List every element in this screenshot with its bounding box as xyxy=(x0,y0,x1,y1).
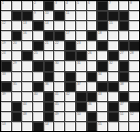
clue-number: 46 xyxy=(88,102,92,105)
white-cell-r4c8[interactable] xyxy=(76,31,86,40)
white-cell-r12c10[interactable] xyxy=(97,112,107,121)
black-cell-r2c2 xyxy=(12,11,22,20)
black-cell-r12c11 xyxy=(108,112,118,121)
black-cell-r11c5 xyxy=(44,102,54,111)
black-cell-r9c1 xyxy=(1,82,11,91)
white-cell-r1c11[interactable]: 7 xyxy=(108,1,118,10)
white-cell-r6c9[interactable]: 26 xyxy=(87,51,97,60)
clue-number: 51 xyxy=(120,112,124,115)
black-cell-r9c11 xyxy=(108,82,118,91)
white-cell-r12c1[interactable] xyxy=(1,112,11,121)
white-cell-r4c4[interactable] xyxy=(33,31,43,40)
white-cell-r7c3[interactable] xyxy=(22,61,32,70)
clue-number: 16 xyxy=(23,31,27,34)
white-cell-r9c12[interactable]: 38 xyxy=(119,82,129,91)
clue-number: 22 xyxy=(55,41,59,44)
white-cell-r10c6[interactable]: 41 xyxy=(54,92,64,101)
white-cell-r5c5[interactable]: 21 xyxy=(44,41,54,50)
black-cell-r6c3 xyxy=(22,51,32,60)
black-cell-r10c12 xyxy=(119,92,129,101)
clue-number: 19 xyxy=(2,41,6,44)
white-cell-r4c12[interactable] xyxy=(119,31,129,40)
black-cell-r5c4 xyxy=(33,41,43,50)
black-cell-r13c4 xyxy=(33,122,43,131)
clue-number: 24 xyxy=(2,51,6,54)
clue-number: 27 xyxy=(120,51,124,54)
black-cell-r7c5 xyxy=(44,61,54,70)
clue-number: 50 xyxy=(77,112,81,115)
white-cell-r11c6[interactable]: 45 xyxy=(54,102,64,111)
black-cell-r4c9 xyxy=(87,31,97,40)
clue-number: 17 xyxy=(66,31,70,34)
black-cell-r7c12 xyxy=(119,61,129,70)
white-cell-r7c8[interactable]: 31 xyxy=(76,61,86,70)
clue-number: 21 xyxy=(45,41,49,44)
clue-number: 29 xyxy=(13,61,17,64)
white-cell-r5c9[interactable] xyxy=(87,41,97,50)
black-cell-r12c2 xyxy=(12,112,22,121)
white-cell-r11c9[interactable]: 46 xyxy=(87,102,97,111)
black-cell-r11c2 xyxy=(12,102,22,111)
white-cell-r3c1[interactable]: 12 xyxy=(1,21,11,30)
clue-number: 42 xyxy=(66,92,70,95)
black-cell-r11c8 xyxy=(76,102,86,111)
white-cell-r3c9[interactable] xyxy=(87,21,97,30)
white-cell-r10c11[interactable] xyxy=(108,92,118,101)
white-cell-r11c3[interactable]: 44 xyxy=(22,102,32,111)
white-cell-r9c2[interactable]: 35 xyxy=(12,82,22,91)
black-cell-r2c10 xyxy=(97,11,107,20)
white-cell-r3c8[interactable] xyxy=(76,21,86,30)
white-cell-r4c10[interactable]: 18 xyxy=(97,31,107,40)
white-cell-r5c3[interactable] xyxy=(22,41,32,50)
black-cell-r8c9 xyxy=(87,72,97,81)
clue-number: 10 xyxy=(45,11,49,14)
crossword-grid: 1234567891011121314151617181920212223242… xyxy=(0,0,140,132)
black-cell-r12c5 xyxy=(44,112,54,121)
white-cell-r10c4[interactable]: 40 xyxy=(33,92,43,101)
black-cell-r4c2 xyxy=(12,31,22,40)
white-cell-r10c7[interactable]: 42 xyxy=(65,92,75,101)
clue-number: 43 xyxy=(98,92,102,95)
white-cell-r3c3[interactable]: 13 xyxy=(22,21,32,30)
white-cell-r2c5[interactable]: 10 xyxy=(44,11,54,20)
clue-number: 54 xyxy=(45,122,49,125)
white-cell-r7c7[interactable] xyxy=(65,61,75,70)
black-cell-r10c5 xyxy=(44,92,54,101)
white-cell-r6c2[interactable] xyxy=(12,51,22,60)
white-cell-r11c1[interactable] xyxy=(1,102,11,111)
white-cell-r13c6[interactable] xyxy=(54,122,64,131)
white-cell-r1c9[interactable]: 6 xyxy=(87,1,97,10)
black-cell-r9c4 xyxy=(33,82,43,91)
clue-number: 53 xyxy=(2,122,6,125)
white-cell-r3c13[interactable] xyxy=(129,21,139,30)
black-cell-r2c6 xyxy=(54,11,64,20)
white-cell-r13c12[interactable] xyxy=(119,122,129,131)
white-cell-r6c6[interactable] xyxy=(54,51,64,60)
white-cell-r8c11[interactable] xyxy=(108,72,118,81)
white-cell-r12c13[interactable]: 52 xyxy=(129,112,139,121)
clue-number: 6 xyxy=(88,1,90,4)
white-cell-r1c3[interactable] xyxy=(22,1,32,10)
white-cell-r8c1[interactable]: 33 xyxy=(1,72,11,81)
white-cell-r2c13[interactable] xyxy=(129,11,139,20)
white-cell-r2c1[interactable] xyxy=(1,11,11,20)
black-cell-r1c5 xyxy=(44,1,54,10)
white-cell-r8c13[interactable] xyxy=(129,72,139,81)
white-cell-r2c4[interactable]: 9 xyxy=(33,11,43,20)
white-cell-r10c3[interactable] xyxy=(22,92,32,101)
white-cell-r9c8[interactable]: 37 xyxy=(76,82,86,91)
clue-number: 36 xyxy=(45,82,49,85)
white-cell-r6c12[interactable]: 27 xyxy=(119,51,129,60)
black-cell-r11c13 xyxy=(129,102,139,111)
white-cell-r10c1[interactable]: 39 xyxy=(1,92,11,101)
white-cell-r4c13[interactable] xyxy=(129,31,139,40)
black-cell-r7c10 xyxy=(97,61,107,70)
white-cell-r11c10[interactable] xyxy=(97,102,107,111)
clue-number: 14 xyxy=(45,21,49,24)
white-cell-r9c3[interactable] xyxy=(22,82,32,91)
clue-number: 5 xyxy=(77,1,79,4)
white-cell-r8c8[interactable] xyxy=(76,72,86,81)
white-cell-r12c8[interactable]: 50 xyxy=(76,112,86,121)
black-cell-r8c7 xyxy=(65,72,75,81)
white-cell-r5c6[interactable]: 22 xyxy=(54,41,64,50)
black-cell-r2c11 xyxy=(108,11,118,20)
clue-number: 30 xyxy=(55,61,59,64)
white-cell-r2c8[interactable] xyxy=(76,11,86,20)
white-cell-r8c6[interactable] xyxy=(54,72,64,81)
white-cell-r4c1[interactable] xyxy=(1,31,11,40)
black-cell-r8c12 xyxy=(119,72,129,81)
white-cell-r13c10[interactable]: 55 xyxy=(97,122,107,131)
clue-number: 13 xyxy=(23,21,27,24)
white-cell-r4c11[interactable] xyxy=(108,31,118,40)
black-cell-r6c7 xyxy=(65,51,75,60)
white-cell-r11c12[interactable]: 47 xyxy=(119,102,129,111)
black-cell-r10c9 xyxy=(87,92,97,101)
white-cell-r9c9[interactable] xyxy=(87,82,97,91)
white-cell-r9c13[interactable] xyxy=(129,82,139,91)
clue-number: 45 xyxy=(55,102,59,105)
black-cell-r4c5 xyxy=(44,31,54,40)
white-cell-r7c2[interactable]: 29 xyxy=(12,61,22,70)
white-cell-r1c4[interactable]: 2 xyxy=(33,1,43,10)
clue-number: 48 xyxy=(23,112,27,115)
white-cell-r12c6[interactable]: 49 xyxy=(54,112,64,121)
white-cell-r1c2[interactable] xyxy=(12,1,22,10)
white-cell-r11c7[interactable] xyxy=(65,102,75,111)
black-cell-r13c9 xyxy=(87,122,97,131)
clue-number: 28 xyxy=(130,51,134,54)
black-cell-r8c5 xyxy=(44,72,54,81)
clue-number: 25 xyxy=(34,51,38,54)
black-cell-r12c9 xyxy=(87,112,97,121)
white-cell-r7c11[interactable]: 32 xyxy=(108,61,118,70)
black-cell-r7c1 xyxy=(1,61,11,70)
white-cell-r11c4[interactable] xyxy=(33,102,43,111)
white-cell-r6c10[interactable] xyxy=(97,51,107,60)
white-cell-r4c3[interactable]: 16 xyxy=(22,31,32,40)
white-cell-r13c1[interactable]: 53 xyxy=(1,122,11,131)
clue-number: 18 xyxy=(98,31,102,34)
white-cell-r5c8[interactable]: 23 xyxy=(76,41,86,50)
clue-number: 23 xyxy=(77,41,81,44)
white-cell-r3c11[interactable]: 15 xyxy=(108,21,118,30)
white-cell-r2c7[interactable]: 11 xyxy=(65,11,75,20)
clue-number: 39 xyxy=(2,92,6,95)
black-cell-r7c4 xyxy=(33,61,43,70)
white-cell-r13c11[interactable] xyxy=(108,122,118,131)
clue-number: 37 xyxy=(77,82,81,85)
clue-number: 7 xyxy=(109,1,111,4)
white-cell-r8c2[interactable] xyxy=(12,72,22,81)
black-cell-r9c7 xyxy=(65,82,75,91)
white-cell-r13c5[interactable]: 54 xyxy=(44,122,54,131)
black-cell-r4c6 xyxy=(54,31,64,40)
white-cell-r8c4[interactable] xyxy=(33,72,43,81)
white-cell-r6c13[interactable]: 28 xyxy=(129,51,139,60)
white-cell-r5c11[interactable] xyxy=(108,41,118,50)
clue-number: 2 xyxy=(34,1,36,4)
clue-number: 49 xyxy=(55,112,59,115)
clue-number: 55 xyxy=(98,122,102,125)
black-cell-r11c11 xyxy=(108,102,118,111)
clue-number: 12 xyxy=(2,21,6,24)
black-cell-r3c4 xyxy=(33,21,43,30)
black-cell-r3c12 xyxy=(119,21,129,30)
black-cell-r3c10 xyxy=(97,21,107,30)
white-cell-r7c13[interactable] xyxy=(129,61,139,70)
white-cell-r12c3[interactable]: 48 xyxy=(22,112,32,121)
white-cell-r3c7[interactable] xyxy=(65,21,75,30)
white-cell-r6c1[interactable]: 24 xyxy=(1,51,11,60)
black-cell-r5c12 xyxy=(119,41,129,50)
black-cell-r5c10 xyxy=(97,41,107,50)
black-cell-r2c12 xyxy=(119,11,129,20)
clue-number: 26 xyxy=(88,51,92,54)
white-cell-r12c7[interactable] xyxy=(65,112,75,121)
black-cell-r6c8 xyxy=(76,51,86,60)
white-cell-r13c8[interactable] xyxy=(76,122,86,131)
white-cell-r1c13[interactable]: 8 xyxy=(129,1,139,10)
clue-number: 8 xyxy=(130,1,132,4)
clue-number: 44 xyxy=(23,102,27,105)
white-cell-r13c3[interactable] xyxy=(22,122,32,131)
white-cell-r1c7[interactable]: 4 xyxy=(65,1,75,10)
white-cell-r1c6[interactable]: 3 xyxy=(54,1,64,10)
white-cell-r3c6[interactable] xyxy=(54,21,64,30)
white-cell-r9c6[interactable] xyxy=(54,82,64,91)
clue-number: 33 xyxy=(2,72,6,75)
white-cell-r12c12[interactable]: 51 xyxy=(119,112,129,121)
white-cell-r1c8[interactable]: 5 xyxy=(76,1,86,10)
white-cell-r6c4[interactable]: 25 xyxy=(33,51,43,60)
clue-number: 15 xyxy=(109,21,113,24)
black-cell-r10c8 xyxy=(76,92,86,101)
clue-number: 40 xyxy=(34,92,38,95)
white-cell-r1c1[interactable]: 1 xyxy=(1,1,11,10)
white-cell-r3c2[interactable] xyxy=(12,21,22,30)
white-cell-r12c4[interactable] xyxy=(33,112,43,121)
white-cell-r2c9[interactable] xyxy=(87,11,97,20)
clue-number: 1 xyxy=(2,1,4,4)
clue-number: 38 xyxy=(120,82,124,85)
white-cell-r4c7[interactable]: 17 xyxy=(65,31,75,40)
white-cell-r7c9[interactable] xyxy=(87,61,97,70)
black-cell-r1c10 xyxy=(97,1,107,10)
white-cell-r3c5[interactable]: 14 xyxy=(44,21,54,30)
clue-number: 32 xyxy=(109,61,113,64)
black-cell-r9c10 xyxy=(97,82,107,91)
clue-number: 4 xyxy=(66,1,68,4)
clue-number: 9 xyxy=(34,11,36,14)
white-cell-r5c2[interactable]: 20 xyxy=(12,41,22,50)
clue-number: 35 xyxy=(13,82,17,85)
white-cell-r10c2[interactable] xyxy=(12,92,22,101)
black-cell-r2c3 xyxy=(22,11,32,20)
white-cell-r7c6[interactable]: 30 xyxy=(54,61,64,70)
white-cell-r6c5[interactable] xyxy=(44,51,54,60)
white-cell-r13c2[interactable] xyxy=(12,122,22,131)
white-cell-r13c7[interactable] xyxy=(65,122,75,131)
white-cell-r8c3[interactable] xyxy=(22,72,32,81)
white-cell-r10c13[interactable] xyxy=(129,92,139,101)
white-cell-r5c1[interactable]: 19 xyxy=(1,41,11,50)
clue-number: 52 xyxy=(130,112,134,115)
white-cell-r8c10[interactable]: 34 xyxy=(97,72,107,81)
clue-number: 20 xyxy=(13,41,17,44)
clue-number: 31 xyxy=(77,61,81,64)
clue-number: 3 xyxy=(55,1,57,4)
white-cell-r13c13[interactable] xyxy=(129,122,139,131)
white-cell-r1c12[interactable] xyxy=(119,1,129,10)
black-cell-r5c13 xyxy=(129,41,139,50)
black-cell-r5c7 xyxy=(65,41,75,50)
clue-number: 41 xyxy=(55,92,59,95)
black-cell-r6c11 xyxy=(108,51,118,60)
white-cell-r9c5[interactable]: 36 xyxy=(44,82,54,91)
white-cell-r10c10[interactable]: 43 xyxy=(97,92,107,101)
clue-number: 47 xyxy=(120,102,124,105)
clue-number: 11 xyxy=(66,11,69,14)
clue-number: 34 xyxy=(98,72,102,75)
